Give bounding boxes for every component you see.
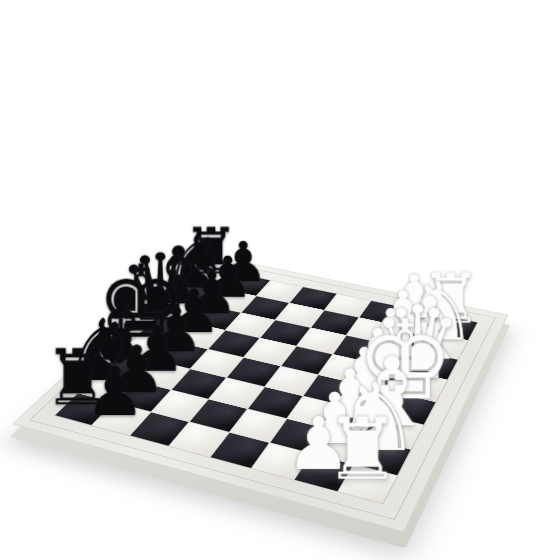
piece-white-rook[interactable]: ♜	[292, 407, 434, 492]
chess-board: ♜♟♟♜♞♟♟♞♝♟♟♝♛♟♟♛♚♟♟♚♝♟♟♝♞♟♟♞♜♟♟♜	[12, 253, 508, 532]
product-photo-scene: ♜♟♟♜♞♟♟♞♝♟♟♝♛♟♟♛♚♟♟♚♝♟♟♝♞♟♟♞♜♟♟♜	[0, 0, 560, 560]
chess-board-grid: ♜♟♟♜♞♟♟♞♝♟♟♝♛♟♟♛♚♟♟♚♝♟♟♝♞♟♟♞♜♟♟♜	[54, 267, 479, 504]
piece-black-pawn[interactable]: ♟	[49, 359, 180, 427]
